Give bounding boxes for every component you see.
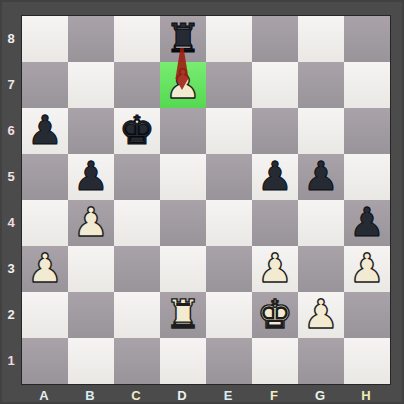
square-a7[interactable] [22,62,68,108]
piece-black-pawn-f5[interactable]: ♟ [257,154,293,198]
square-c5[interactable] [114,154,160,200]
square-h7[interactable] [344,62,390,108]
square-h1[interactable] [344,338,390,384]
square-f5[interactable]: ♟ [252,154,298,200]
piece-black-pawn-g5[interactable]: ♟ [303,154,339,198]
square-b6[interactable] [68,108,114,154]
square-b1[interactable] [68,338,114,384]
piece-white-pawn-d7[interactable]: ♟ [165,62,201,106]
rank-label-6: 6 [2,107,20,153]
square-d8[interactable]: ♜ [160,16,206,62]
square-b4[interactable]: ♟ [68,200,114,246]
square-g5[interactable]: ♟ [298,154,344,200]
square-g7[interactable] [298,62,344,108]
rank-label-7: 7 [2,61,20,107]
square-h5[interactable] [344,154,390,200]
rank-label-4: 4 [2,199,20,245]
rank-label-3: 3 [2,245,20,291]
piece-white-king-f2[interactable]: ♚ [257,292,293,336]
square-a4[interactable] [22,200,68,246]
square-d1[interactable] [160,338,206,384]
square-h8[interactable] [344,16,390,62]
piece-black-pawn-h4[interactable]: ♟ [349,200,385,244]
file-label-g: G [297,385,343,404]
rank-label-2: 2 [2,291,20,337]
piece-black-king-c6[interactable]: ♚ [119,108,155,152]
file-label-a: A [21,385,67,404]
piece-white-pawn-g2[interactable]: ♟ [303,292,339,336]
file-label-b: B [67,385,113,404]
square-f4[interactable] [252,200,298,246]
square-g4[interactable] [298,200,344,246]
square-f1[interactable] [252,338,298,384]
square-e4[interactable] [206,200,252,246]
piece-white-rook-d2[interactable]: ♜ [165,292,201,336]
square-c4[interactable] [114,200,160,246]
square-c1[interactable] [114,338,160,384]
square-e1[interactable] [206,338,252,384]
square-c8[interactable] [114,16,160,62]
file-label-d: D [159,385,205,404]
square-d2[interactable]: ♜ [160,292,206,338]
square-d7[interactable]: ♟ [160,62,206,108]
chess-app-screen: ♜♟♟♚♟♟♟♟♟♟♟♟♜♚♟ 87654321 ABCDEFGH [0,0,404,404]
chess-board: ♜♟♟♚♟♟♟♟♟♟♟♟♜♚♟ [21,15,391,385]
square-f6[interactable] [252,108,298,154]
square-d6[interactable] [160,108,206,154]
square-c6[interactable]: ♚ [114,108,160,154]
square-e2[interactable] [206,292,252,338]
rank-label-1: 1 [2,337,20,383]
piece-black-rook-d8[interactable]: ♜ [165,16,201,60]
square-b8[interactable] [68,16,114,62]
square-f2[interactable]: ♚ [252,292,298,338]
square-b5[interactable]: ♟ [68,154,114,200]
square-g1[interactable] [298,338,344,384]
piece-black-pawn-b5[interactable]: ♟ [73,154,109,198]
square-g2[interactable]: ♟ [298,292,344,338]
file-label-f: F [251,385,297,404]
square-f8[interactable] [252,16,298,62]
square-e8[interactable] [206,16,252,62]
square-b3[interactable] [68,246,114,292]
file-label-c: C [113,385,159,404]
square-a1[interactable] [22,338,68,384]
square-g3[interactable] [298,246,344,292]
square-a6[interactable]: ♟ [22,108,68,154]
square-d4[interactable] [160,200,206,246]
square-a8[interactable] [22,16,68,62]
square-a5[interactable] [22,154,68,200]
piece-white-pawn-b4[interactable]: ♟ [73,200,109,244]
square-e3[interactable] [206,246,252,292]
square-d3[interactable] [160,246,206,292]
rank-label-8: 8 [2,15,20,61]
file-label-h: H [343,385,389,404]
square-h6[interactable] [344,108,390,154]
piece-white-pawn-h3[interactable]: ♟ [349,246,385,290]
square-e7[interactable] [206,62,252,108]
square-h4[interactable]: ♟ [344,200,390,246]
square-d5[interactable] [160,154,206,200]
square-g8[interactable] [298,16,344,62]
square-b2[interactable] [68,292,114,338]
square-a2[interactable] [22,292,68,338]
square-h2[interactable] [344,292,390,338]
piece-white-pawn-a3[interactable]: ♟ [27,246,63,290]
square-c7[interactable] [114,62,160,108]
square-e5[interactable] [206,154,252,200]
square-a3[interactable]: ♟ [22,246,68,292]
square-f3[interactable]: ♟ [252,246,298,292]
file-label-e: E [205,385,251,404]
piece-black-pawn-a6[interactable]: ♟ [27,108,63,152]
square-e6[interactable] [206,108,252,154]
square-f7[interactable] [252,62,298,108]
square-h3[interactable]: ♟ [344,246,390,292]
square-c2[interactable] [114,292,160,338]
square-b7[interactable] [68,62,114,108]
square-c3[interactable] [114,246,160,292]
piece-white-pawn-f3[interactable]: ♟ [257,246,293,290]
rank-label-5: 5 [2,153,20,199]
square-g6[interactable] [298,108,344,154]
